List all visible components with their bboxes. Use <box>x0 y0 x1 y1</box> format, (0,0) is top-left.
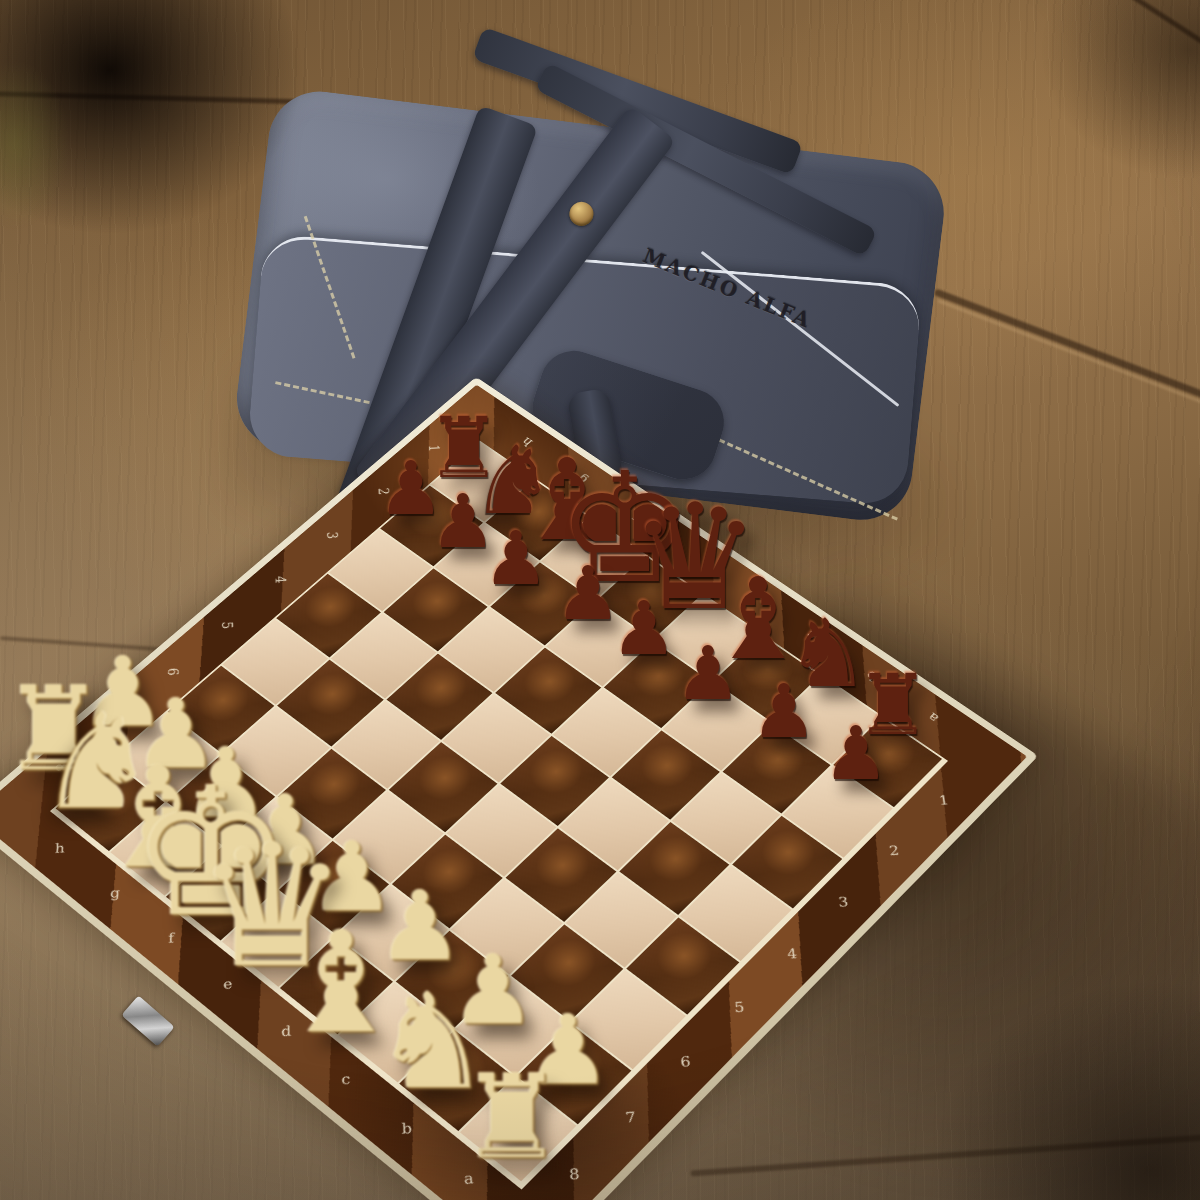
coord-file-bottom-a: a <box>457 1168 479 1189</box>
plank-seam <box>0 636 170 652</box>
coord-rank-left-3: 3 <box>323 527 342 543</box>
green-blur-edge <box>0 60 70 230</box>
coord-file-bottom-f: f <box>161 929 182 948</box>
coord-rank-left-2: 2 <box>374 483 393 499</box>
coord-rank-left-6: 6 <box>163 663 183 680</box>
coord-file-bottom-h: h <box>50 839 71 857</box>
coord-rank-right-3: 3 <box>832 892 855 911</box>
coord-file-bottom-g: g <box>105 884 126 902</box>
coord-file-bottom-e: e <box>218 975 239 994</box>
coord-rank-right-6: 6 <box>674 1052 697 1072</box>
plank-seam <box>1038 0 1200 55</box>
coord-rank-right-2: 2 <box>883 841 906 859</box>
scene-photo: MACHO ALFA 11hh22gg33ff44ee55dd66cc77bb8… <box>0 0 1200 1200</box>
coord-rank-left-8: 8 <box>51 758 71 775</box>
coord-file-bottom-c: c <box>335 1069 357 1089</box>
coord-rank-left-4: 4 <box>271 572 290 588</box>
board-hinge <box>121 995 174 1046</box>
coord-rank-right-8: 8 <box>563 1164 586 1185</box>
coord-rank-right-1: 1 <box>933 791 956 809</box>
coord-rank-left-1: 1 <box>424 440 443 455</box>
coord-rank-left-7: 7 <box>108 710 128 727</box>
coord-file-bottom-b: b <box>396 1118 418 1138</box>
coord-rank-right-4: 4 <box>781 945 804 964</box>
coord-rank-left-5: 5 <box>218 617 237 633</box>
coord-rank-right-7: 7 <box>619 1107 642 1127</box>
coord-file-bottom-d: d <box>276 1022 297 1041</box>
coord-rank-right-5: 5 <box>728 998 751 1017</box>
